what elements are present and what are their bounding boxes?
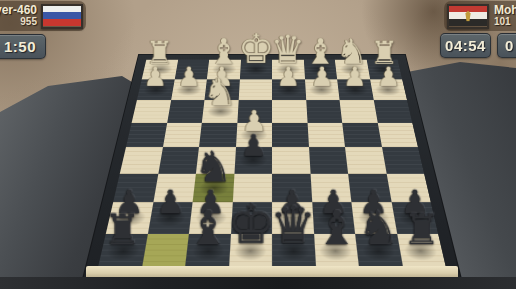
piece-shadow [141,84,170,96]
square-h4[interactable] [126,123,167,147]
piece-shadow [374,84,403,96]
square-e1[interactable] [239,60,272,79]
player-right-counter: 0 [497,33,516,58]
square-e2[interactable] [238,79,272,100]
piece-shadow [243,64,269,75]
square-d4[interactable] [272,123,309,147]
board-plane: ♜♝♚♛♝♞♜♟♟♟♟♟♟♟♞♟♟♞♟♟♟♟♟♟♟♜♝♚♛♝♞♜ [83,55,460,278]
piece-shadow [275,64,301,75]
square-h5[interactable] [120,147,163,173]
square-a5[interactable] [382,147,425,173]
piece-shadow [275,84,302,96]
square-c5[interactable] [309,147,349,173]
piece-shadow [146,64,174,75]
egypt-flag-icon [447,4,489,29]
game-scene: ♜♝♚♛♝♞♜♟♟♟♟♟♟♟♞♟♟♞♟♟♟♟♟♟♟♜♝♚♛♝♞♜ yer-460… [0,0,516,289]
square-a1[interactable] [366,60,402,79]
square-c4[interactable] [307,123,345,147]
square-e3[interactable] [237,100,272,123]
player-right-clock: 04:54 [440,33,491,58]
russia-flag-icon [41,4,83,29]
square-d5[interactable] [272,147,310,173]
black-rook-a8[interactable]: ♜ [396,209,447,253]
black-rook-h8[interactable]: ♜ [97,209,148,253]
square-d2[interactable] [272,79,306,100]
square-a3[interactable] [373,100,412,123]
piece-shadow [307,64,334,75]
black-knight-f6[interactable]: ♞ [190,145,237,190]
piece-shadow [308,84,336,96]
piece-shadow [206,105,235,118]
piece-shadow [370,64,398,75]
player-panel-left: yer-460 955 [0,1,86,31]
square-a2[interactable] [370,79,407,100]
square-b3[interactable] [340,100,378,123]
square-a4[interactable] [377,123,418,147]
board-perspective-wrap: ♜♝♚♛♝♞♜♟♟♟♟♟♟♟♞♟♟♞♟♟♟♟♟♟♟♜♝♚♛♝♞♜ [116,0,428,289]
square-b2[interactable] [337,79,373,100]
player-left-clock: 1:50 [0,34,46,59]
square-c1[interactable] [303,60,337,79]
square-f1[interactable] [207,60,241,79]
square-g1[interactable] [174,60,209,79]
table-front-shadow [0,277,516,289]
square-d1[interactable] [272,60,305,79]
black-pawn-e5[interactable]: ♟ [231,131,276,162]
piece-shadow [211,64,238,75]
square-c2[interactable] [305,79,340,100]
square-h1[interactable] [142,60,178,79]
piece-shadow [341,84,369,96]
square-f2[interactable] [204,79,239,100]
square-b1[interactable] [335,60,370,79]
square-f3[interactable] [202,100,238,123]
player-right-rating: 101 [494,17,511,28]
square-h2[interactable] [137,79,174,100]
square-c3[interactable] [306,100,342,123]
player-left-rating: 955 [20,17,37,28]
square-d3[interactable] [272,100,307,123]
square-g3[interactable] [167,100,205,123]
piece-shadow [338,64,365,75]
square-b5[interactable] [345,147,386,173]
square-g2[interactable] [171,79,207,100]
square-h3[interactable] [132,100,171,123]
piece-shadow [208,84,236,96]
piece-shadow [175,84,203,96]
square-b4[interactable] [342,123,381,147]
player-panel-right: Moh 101 [444,1,516,31]
